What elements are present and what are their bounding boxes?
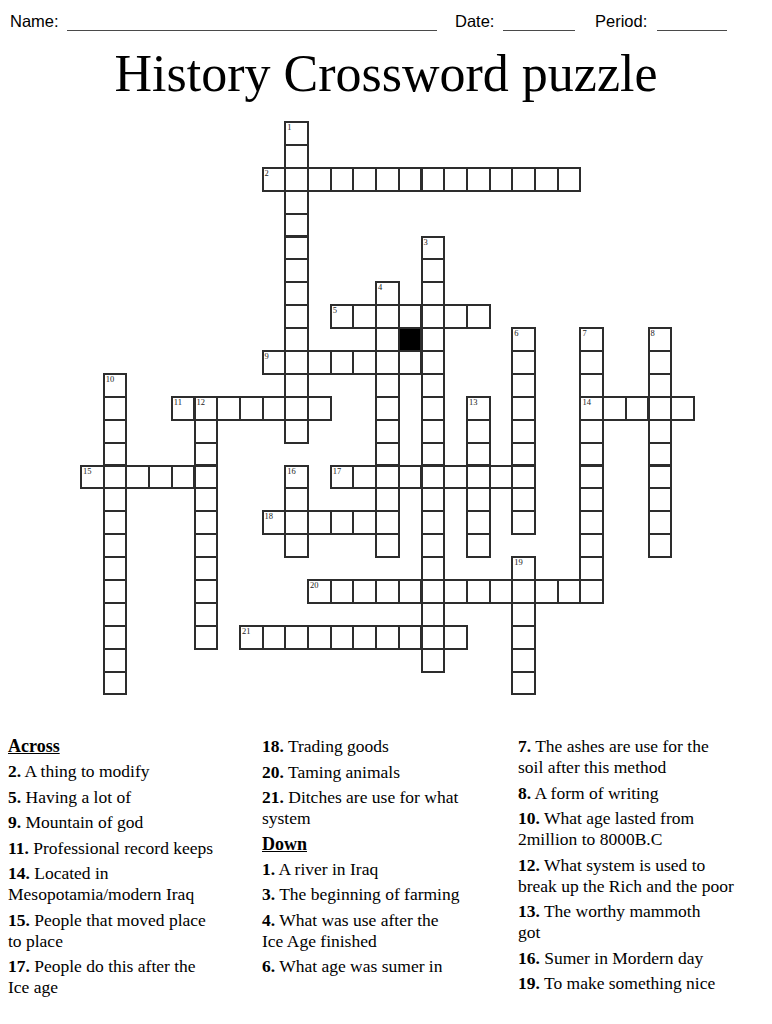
clue-number: 18 xyxy=(265,512,274,521)
grid-cell[interactable] xyxy=(194,533,219,558)
clue-number: 8 xyxy=(651,329,655,338)
clue-number: 1 xyxy=(287,123,291,132)
grid-cell[interactable] xyxy=(579,465,604,490)
grid-cell[interactable] xyxy=(375,510,400,535)
grid-cell[interactable] xyxy=(352,465,377,490)
grid-cell[interactable] xyxy=(284,487,309,512)
grid-cell[interactable] xyxy=(194,602,219,627)
clue-down-16: 16. Sumer in Mordern day xyxy=(518,948,770,969)
clue-number-label: 10. xyxy=(518,808,540,828)
grid-cell[interactable]: 5 xyxy=(330,304,355,329)
grid-cell[interactable] xyxy=(579,510,604,535)
clue-number: 12 xyxy=(197,398,206,407)
grid-cell[interactable] xyxy=(421,258,446,283)
grid-cell[interactable] xyxy=(284,281,309,306)
clues-column-3: 7. The ashes are use for the soil after … xyxy=(518,736,770,999)
grid-cell[interactable] xyxy=(648,350,673,375)
grid-cell[interactable] xyxy=(466,442,491,467)
grid-cell[interactable] xyxy=(511,625,536,650)
grid-cell[interactable] xyxy=(511,442,536,467)
grid-cell[interactable] xyxy=(352,304,377,329)
header: Name: Date: Period: xyxy=(0,6,772,36)
clue-number-label: 5. xyxy=(8,787,21,807)
grid-cell[interactable] xyxy=(284,167,309,192)
grid-cell[interactable] xyxy=(307,167,332,192)
grid-cell[interactable] xyxy=(284,533,309,558)
grid-cell[interactable] xyxy=(511,419,536,444)
grid-cell[interactable] xyxy=(489,465,514,490)
grid-cell[interactable] xyxy=(284,190,309,215)
grid-cell[interactable] xyxy=(398,579,423,604)
grid-cell[interactable] xyxy=(171,465,196,490)
clue-down-8: 8. A form of writing xyxy=(518,783,770,804)
grid-cell[interactable] xyxy=(103,419,128,444)
grid-cell[interactable] xyxy=(103,648,128,673)
grid-cell[interactable] xyxy=(579,556,604,581)
clue-number: 11 xyxy=(174,398,182,407)
clue-across-9: 9. Mountain of god xyxy=(8,812,258,833)
clue-number-label: 15. xyxy=(8,910,30,930)
name-line xyxy=(67,12,437,31)
grid-cell[interactable] xyxy=(648,533,673,558)
grid-cell[interactable]: 15 xyxy=(80,465,105,490)
clue-across-11: 11. Professional record keeps xyxy=(8,838,258,859)
clues-column-2: 18. Trading goods20. Taming animals21. D… xyxy=(262,736,512,982)
grid-cell[interactable] xyxy=(284,236,309,261)
grid-cell[interactable] xyxy=(103,510,128,535)
grid-cell[interactable] xyxy=(511,487,536,512)
grid-cell[interactable] xyxy=(284,213,309,238)
clue-across-17: 17. People do this after the Ice age xyxy=(8,956,258,998)
clue-number-label: 16. xyxy=(518,948,540,968)
grid-cell[interactable]: 17 xyxy=(330,465,355,490)
grid-cell[interactable] xyxy=(307,396,332,421)
grid-cell[interactable] xyxy=(466,167,491,192)
grid-cell[interactable] xyxy=(103,442,128,467)
grid-cell[interactable] xyxy=(307,625,332,650)
grid-cell[interactable] xyxy=(284,419,309,444)
grid-cell[interactable] xyxy=(421,556,446,581)
grid-cell[interactable] xyxy=(284,396,309,421)
grid-cell[interactable] xyxy=(194,419,219,444)
clue-down-6: 6. What age was sumer in xyxy=(262,956,512,977)
grid-cell[interactable] xyxy=(284,625,309,650)
clue-number-label: 13. xyxy=(518,901,540,921)
clue-down-7: 7. The ashes are use for the soil after … xyxy=(518,736,770,778)
grid-cell[interactable] xyxy=(375,442,400,467)
grid-cell[interactable] xyxy=(375,579,400,604)
grid-cell[interactable] xyxy=(670,396,695,421)
grid-cell[interactable] xyxy=(421,281,446,306)
clue-number: 4 xyxy=(378,283,382,292)
clue-down-1: 1. A river in Iraq xyxy=(262,859,512,880)
grid-cell[interactable] xyxy=(421,304,446,329)
grid-cell[interactable]: 2 xyxy=(262,167,287,192)
grid-cell[interactable] xyxy=(284,510,309,535)
grid-cell[interactable] xyxy=(103,602,128,627)
grid-cell[interactable] xyxy=(375,487,400,512)
grid-cell[interactable] xyxy=(330,167,355,192)
clue-down-4: 4. What was use after the Ice Age finish… xyxy=(262,910,512,952)
grid-cell[interactable] xyxy=(511,373,536,398)
grid-cell[interactable] xyxy=(421,465,446,490)
grid-cell[interactable] xyxy=(284,327,309,352)
grid-cell[interactable] xyxy=(421,625,446,650)
grid-cell[interactable] xyxy=(511,510,536,535)
crossword-grid: 123456789101112131415161718192021 xyxy=(80,121,700,699)
grid-cell[interactable] xyxy=(103,625,128,650)
grid-cell[interactable] xyxy=(194,625,219,650)
grid-cell[interactable] xyxy=(511,465,536,490)
clue-number: 21 xyxy=(242,627,251,636)
clue-number-label: 8. xyxy=(518,783,531,803)
clue-across-2: 2. A thing to modify xyxy=(8,761,258,782)
grid-cell[interactable] xyxy=(352,579,377,604)
grid-cell[interactable] xyxy=(648,396,673,421)
grid-cell[interactable]: 13 xyxy=(466,396,491,421)
grid-cell[interactable] xyxy=(421,602,446,627)
grid-cell[interactable] xyxy=(284,350,309,375)
grid-cell[interactable] xyxy=(398,304,423,329)
clue-number-label: 6. xyxy=(262,956,275,976)
grid-cell[interactable] xyxy=(352,167,377,192)
grid-cell[interactable]: 20 xyxy=(307,579,332,604)
grid-cell[interactable] xyxy=(194,579,219,604)
grid-cell[interactable] xyxy=(579,533,604,558)
clue-number: 7 xyxy=(582,329,586,338)
period-line xyxy=(657,12,727,31)
clue-number-label: 2. xyxy=(8,761,21,781)
clue-number-label: 9. xyxy=(8,812,21,832)
grid-cell[interactable] xyxy=(421,533,446,558)
grid-cell[interactable]: 6 xyxy=(511,327,536,352)
grid-cell[interactable] xyxy=(375,419,400,444)
date-label: Date: xyxy=(455,12,494,31)
grid-cell[interactable] xyxy=(398,465,423,490)
grid-cell[interactable] xyxy=(466,487,491,512)
clue-across-5: 5. Having a lot of xyxy=(8,787,258,808)
grid-cell[interactable] xyxy=(330,350,355,375)
grid-cell[interactable]: 18 xyxy=(262,510,287,535)
clue-down-19: 19. To make something nice xyxy=(518,973,770,994)
grid-cell[interactable] xyxy=(421,350,446,375)
grid-cell[interactable] xyxy=(648,487,673,512)
grid-cell[interactable] xyxy=(421,648,446,673)
grid-cell[interactable] xyxy=(375,533,400,558)
grid-cell[interactable] xyxy=(352,625,377,650)
down-heading: Down xyxy=(262,834,512,855)
clue-number-label: 14. xyxy=(8,863,30,883)
grid-cell[interactable] xyxy=(421,327,446,352)
grid-cell[interactable] xyxy=(511,167,536,192)
grid-cell[interactable] xyxy=(421,442,446,467)
grid-cell[interactable] xyxy=(398,625,423,650)
grid-cell[interactable] xyxy=(262,396,287,421)
grid-cell[interactable]: 16 xyxy=(284,465,309,490)
grid-cell[interactable]: 3 xyxy=(421,236,446,261)
grid-cell[interactable] xyxy=(375,396,400,421)
grid-cell[interactable] xyxy=(557,579,582,604)
grid-cell[interactable] xyxy=(239,396,264,421)
grid-cell[interactable] xyxy=(625,396,650,421)
grid-cell[interactable] xyxy=(511,671,536,696)
grid-cell[interactable] xyxy=(375,625,400,650)
grid-cell[interactable]: 8 xyxy=(648,327,673,352)
grid-cell[interactable]: 21 xyxy=(239,625,264,650)
grid-cell[interactable] xyxy=(579,442,604,467)
clue-down-12: 12. What system is used to break up the … xyxy=(518,855,770,897)
grid-cell[interactable] xyxy=(648,419,673,444)
grid-cell[interactable] xyxy=(330,510,355,535)
grid-cell[interactable] xyxy=(421,487,446,512)
grid-cell[interactable] xyxy=(421,373,446,398)
grid-cell[interactable] xyxy=(194,465,219,490)
clue-number: 13 xyxy=(469,398,478,407)
clue-number-label: 21. xyxy=(262,787,284,807)
clue-number: 20 xyxy=(310,581,319,590)
grid-cell[interactable] xyxy=(466,304,491,329)
grid-cell[interactable] xyxy=(511,579,536,604)
grid-cell[interactable] xyxy=(103,465,128,490)
clue-number-label: 18. xyxy=(262,736,284,756)
clue-number-label: 4. xyxy=(262,910,275,930)
grid-cell[interactable] xyxy=(103,533,128,558)
grid-cell[interactable] xyxy=(466,510,491,535)
clue-number-label: 19. xyxy=(518,973,540,993)
grid-cell[interactable] xyxy=(103,487,128,512)
grid-cell[interactable] xyxy=(579,487,604,512)
grid-cell[interactable] xyxy=(579,350,604,375)
grid-cell[interactable] xyxy=(194,487,219,512)
grid-cell[interactable] xyxy=(579,579,604,604)
page-title: History Crossword puzzle xyxy=(0,44,772,103)
grid-cell[interactable] xyxy=(648,510,673,535)
clue-number: 2 xyxy=(265,169,269,178)
clue-number: 3 xyxy=(424,238,428,247)
grid-cell[interactable] xyxy=(421,396,446,421)
grid-cell[interactable] xyxy=(443,465,468,490)
grid-cell[interactable] xyxy=(194,556,219,581)
clue-across-21: 21. Ditches are use for what system xyxy=(262,787,512,829)
grid-cell[interactable] xyxy=(398,350,423,375)
grid-cell[interactable] xyxy=(648,465,673,490)
clue-number: 10 xyxy=(106,375,115,384)
clue-number-label: 1. xyxy=(262,859,275,879)
clue-number-label: 7. xyxy=(518,736,531,756)
grid-cell[interactable] xyxy=(466,419,491,444)
clue-number-label: 17. xyxy=(8,956,30,976)
grid-cell[interactable] xyxy=(579,373,604,398)
grid-cell[interactable] xyxy=(534,579,559,604)
grid-cell[interactable] xyxy=(216,396,241,421)
grid-cell[interactable] xyxy=(375,465,400,490)
grid-cell[interactable] xyxy=(534,167,559,192)
grid-cell[interactable]: 14 xyxy=(579,396,604,421)
clue-number: 17 xyxy=(333,467,342,476)
grid-cell[interactable] xyxy=(375,167,400,192)
grid-cell[interactable] xyxy=(284,258,309,283)
grid-cell[interactable] xyxy=(375,327,400,352)
grid-cell[interactable] xyxy=(489,579,514,604)
name-label: Name: xyxy=(10,12,59,31)
grid-cell[interactable] xyxy=(421,510,446,535)
clues-column-1: Across2. A thing to modify5. Having a lo… xyxy=(8,736,258,1003)
clue-across-15: 15. People that moved place to place xyxy=(8,910,258,952)
grid-cell[interactable] xyxy=(466,465,491,490)
grid-cell[interactable] xyxy=(579,419,604,444)
clue-number: 16 xyxy=(287,467,296,476)
clue-number: 14 xyxy=(582,398,591,407)
clue-down-10: 10. What age lasted from 2million to 800… xyxy=(518,808,770,850)
grid-cell[interactable] xyxy=(284,144,309,169)
grid-cell[interactable]: 7 xyxy=(579,327,604,352)
grid-cell[interactable]: 9 xyxy=(262,350,287,375)
grid-cell[interactable]: 19 xyxy=(511,556,536,581)
grid-cell[interactable] xyxy=(103,671,128,696)
grid-cell[interactable] xyxy=(443,579,468,604)
grid-cell[interactable] xyxy=(330,625,355,650)
grid-cell[interactable] xyxy=(103,396,128,421)
clue-down-13: 13. The worthy mammoth got xyxy=(518,901,770,943)
grid-cell[interactable] xyxy=(352,350,377,375)
grid-cell[interactable] xyxy=(511,648,536,673)
clue-number-label: 11. xyxy=(8,838,29,858)
clue-number: 6 xyxy=(514,329,518,338)
grid-cell[interactable] xyxy=(307,510,332,535)
worksheet: { "game": "crossword", "title": "History… xyxy=(0,0,772,1024)
grid-cell[interactable]: 1 xyxy=(284,121,309,146)
grid-cell[interactable] xyxy=(511,602,536,627)
grid-cell[interactable] xyxy=(421,419,446,444)
grid-cell[interactable] xyxy=(557,167,582,192)
grid-cell[interactable] xyxy=(443,625,468,650)
clue-number-label: 12. xyxy=(518,855,540,875)
grid-cell[interactable] xyxy=(103,579,128,604)
grid-cell[interactable] xyxy=(307,350,332,375)
grid-cell[interactable] xyxy=(375,350,400,375)
grid-cell[interactable] xyxy=(352,510,377,535)
black-cell xyxy=(398,327,423,352)
grid-cell[interactable] xyxy=(466,579,491,604)
period-label: Period: xyxy=(595,12,647,31)
grid-cell[interactable]: 12 xyxy=(194,396,219,421)
clue-number-label: 20. xyxy=(262,762,284,782)
grid-cell[interactable] xyxy=(443,304,468,329)
clue-across-18: 18. Trading goods xyxy=(262,736,512,757)
clue-number: 15 xyxy=(83,467,92,476)
grid-cell[interactable] xyxy=(648,373,673,398)
grid-cell[interactable] xyxy=(421,579,446,604)
grid-cell[interactable] xyxy=(602,396,627,421)
grid-cell[interactable]: 10 xyxy=(103,373,128,398)
grid-cell[interactable] xyxy=(262,625,287,650)
clue-across-20: 20. Taming animals xyxy=(262,762,512,783)
clue-number: 19 xyxy=(514,558,523,567)
grid-cell[interactable] xyxy=(125,465,150,490)
clue-number: 9 xyxy=(265,352,269,361)
grid-cell[interactable] xyxy=(103,556,128,581)
grid-cell[interactable] xyxy=(375,304,400,329)
grid-cell[interactable] xyxy=(398,167,423,192)
grid-cell[interactable]: 11 xyxy=(171,396,196,421)
grid-cell[interactable] xyxy=(443,167,468,192)
grid-cell[interactable] xyxy=(284,373,309,398)
grid-cell[interactable] xyxy=(194,510,219,535)
grid-cell[interactable] xyxy=(466,533,491,558)
grid-cell[interactable] xyxy=(489,167,514,192)
clue-across-14: 14. Located in Mesopotamia/modern Iraq xyxy=(8,863,258,905)
grid-cell[interactable] xyxy=(330,579,355,604)
grid-cell[interactable]: 4 xyxy=(375,281,400,306)
grid-cell[interactable] xyxy=(511,350,536,375)
grid-cell[interactable] xyxy=(284,304,309,329)
date-line xyxy=(503,12,575,31)
clue-number-label: 3. xyxy=(262,884,275,904)
grid-cell[interactable] xyxy=(648,442,673,467)
grid-cell[interactable] xyxy=(511,396,536,421)
clue-down-3: 3. The beginning of farming xyxy=(262,884,512,905)
grid-cell[interactable] xyxy=(421,167,446,192)
clue-number: 5 xyxy=(333,306,337,315)
across-heading: Across xyxy=(8,736,258,757)
grid-cell[interactable] xyxy=(375,373,400,398)
grid-cell[interactable] xyxy=(194,442,219,467)
grid-cell[interactable] xyxy=(148,465,173,490)
